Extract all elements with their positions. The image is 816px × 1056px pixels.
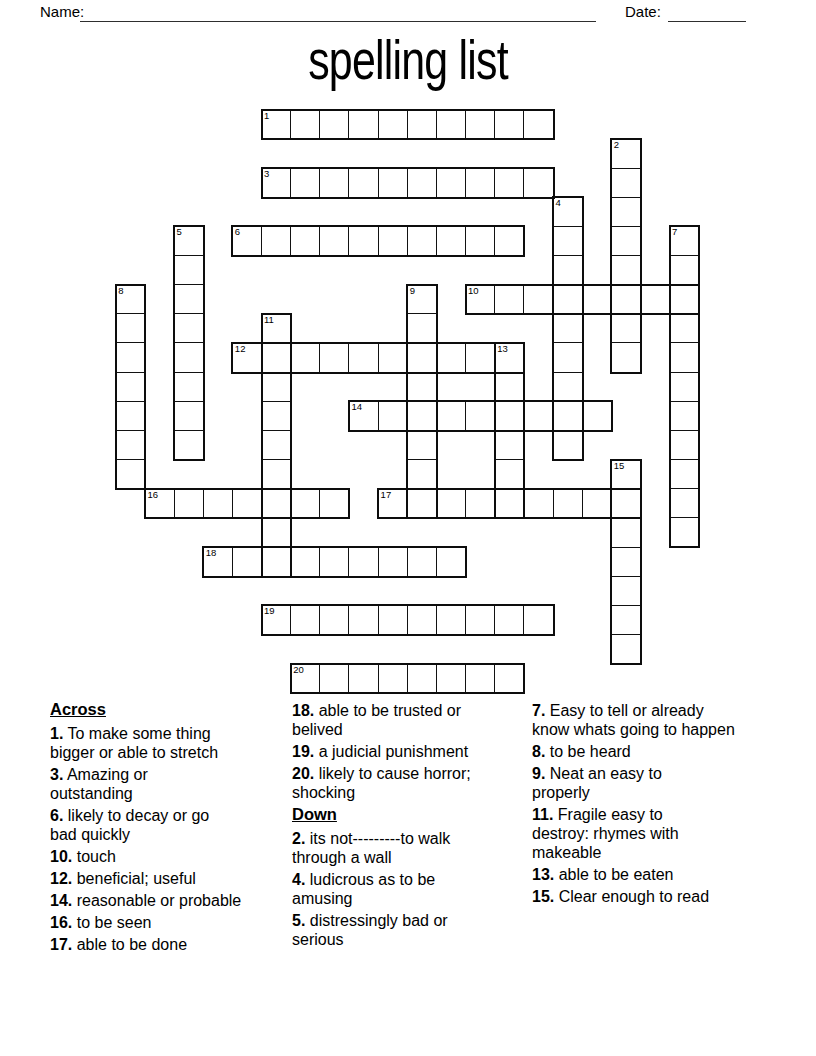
cell-r8-c4[interactable]: 12 [232,342,263,373]
clue-down-2: 2. its not---------to walk through a wal… [292,829,530,867]
cell-r10-c14[interactable] [523,401,554,432]
cell-r17-c17[interactable] [611,605,642,636]
cell-r13-c15[interactable] [553,488,584,519]
cell-r8-c2[interactable] [174,342,205,373]
cell-r8-c7[interactable] [319,342,350,373]
cell-r18-c17[interactable] [611,634,642,665]
clue-number: 9. [532,765,545,782]
cell-r4-c8[interactable] [348,226,379,257]
down-heading: Down [292,805,530,824]
clue-text: Neat an easy to properly [532,765,662,801]
cell-r12-c0[interactable] [115,459,146,490]
cell-r13-c11[interactable] [436,488,467,519]
clue-down-4: 4. ludicrous as to be amusing [292,870,530,908]
cell-r13-c2[interactable] [174,488,205,519]
cell-r4-c13[interactable] [494,226,525,257]
cell-r6-c0[interactable]: 8 [115,284,146,315]
cell-r13-c10[interactable] [407,488,438,519]
cell-number-5: 5 [177,227,182,237]
cell-number-12: 12 [235,344,246,354]
cell-r19-c13[interactable] [494,663,525,694]
cell-r8-c11[interactable] [436,342,467,373]
cell-r12-c13[interactable] [494,459,525,490]
cell-r12-c19[interactable] [669,459,700,490]
clue-text: likely to cause horror; shocking [292,765,471,801]
cell-r15-c10[interactable] [407,547,438,578]
cell-r8-c0[interactable] [115,342,146,373]
cell-r2-c9[interactable] [378,168,409,199]
cell-r2-c13[interactable] [494,168,525,199]
cell-number-19: 19 [264,606,275,616]
cell-r8-c6[interactable] [290,342,321,373]
cell-r19-c6[interactable]: 20 [290,663,321,694]
cell-r2-c6[interactable] [290,168,321,199]
cell-r0-c7[interactable] [319,109,350,140]
clue-across-16: 16. to be seen [50,913,288,932]
clue-number: 19. [292,743,314,760]
cell-r6-c18[interactable] [640,284,671,315]
cell-r0-c14[interactable] [523,109,554,140]
cell-number-2: 2 [614,140,619,150]
cell-r9-c15[interactable] [553,372,584,403]
cell-r8-c19[interactable] [669,342,700,373]
name-label: Name: [40,3,84,20]
cell-r9-c2[interactable] [174,372,205,403]
cell-r11-c5[interactable] [261,430,292,461]
cell-r11-c19[interactable] [669,430,700,461]
cell-r13-c5[interactable] [261,488,292,519]
clue-text: distressingly bad or serious [292,912,448,948]
cell-r8-c12[interactable] [465,342,496,373]
cell-r12-c5[interactable] [261,459,292,490]
clue-across-6: 6. likely to decay or go bad quickly [50,806,288,844]
cell-r10-c12[interactable] [465,401,496,432]
cell-r8-c5[interactable] [261,342,292,373]
cell-r7-c2[interactable] [174,313,205,344]
date-line [668,21,746,22]
cell-r10-c0[interactable] [115,401,146,432]
clue-number: 15. [532,888,554,905]
cell-r14-c5[interactable] [261,517,292,548]
cell-r13-c3[interactable] [203,488,234,519]
cell-r13-c12[interactable] [465,488,496,519]
cell-r3-c15[interactable]: 4 [553,197,584,228]
cell-r8-c10[interactable] [407,342,438,373]
cell-r10-c8[interactable]: 14 [348,401,379,432]
cell-r7-c17[interactable] [611,313,642,344]
cell-r5-c15[interactable] [553,255,584,286]
clue-number: 8. [532,743,545,760]
clue-text: able to be done [77,936,187,953]
cell-r15-c7[interactable] [319,547,350,578]
cell-r13-c17[interactable] [611,488,642,519]
cell-r4-c2[interactable]: 5 [174,226,205,257]
cell-r2-c5[interactable]: 3 [261,168,292,199]
cell-r13-c19[interactable] [669,488,700,519]
cell-r11-c2[interactable] [174,430,205,461]
cell-r6-c15[interactable] [553,284,584,315]
cell-r7-c5[interactable]: 11 [261,313,292,344]
cell-r4-c19[interactable]: 7 [669,226,700,257]
cell-r0-c12[interactable] [465,109,496,140]
clue-number: 6. [50,807,63,824]
cell-r6-c16[interactable] [582,284,613,315]
cell-number-15: 15 [614,461,625,471]
cell-r6-c13[interactable] [494,284,525,315]
cell-r15-c6[interactable] [290,547,321,578]
cell-number-8: 8 [118,286,123,296]
worksheet-page: Name: Date: spelling list 12345678910111… [0,0,816,1056]
clue-down-8: 8. to be heard [532,742,790,761]
cell-r0-c13[interactable] [494,109,525,140]
clues-column-1: Across 1. To make some thing bigger or a… [50,700,288,957]
cell-r13-c13[interactable] [494,488,525,519]
clue-across-3: 3. Amazing or outstanding [50,765,288,803]
clues-column-3: 7. Easy to tell or already know whats go… [532,701,790,909]
cell-r9-c5[interactable] [261,372,292,403]
cell-r4-c7[interactable] [319,226,350,257]
cell-r7-c10[interactable] [407,313,438,344]
cell-number-20: 20 [293,665,304,675]
clue-text: reasonable or probable [77,892,242,909]
cell-r10-c10[interactable] [407,401,438,432]
page-title: spelling list [308,30,508,90]
cell-r0-c6[interactable] [290,109,321,140]
cell-number-4: 4 [556,198,561,208]
name-line [80,21,596,22]
clue-across-20: 20. likely to cause horror; shocking [292,764,530,802]
cell-r4-c10[interactable] [407,226,438,257]
cell-r4-c12[interactable] [465,226,496,257]
clue-number: 11. [532,806,553,823]
cell-r11-c10[interactable] [407,430,438,461]
cell-r14-c17[interactable] [611,517,642,548]
clue-text: able to be eaten [559,866,674,883]
clue-down-9: 9. Neat an easy to properly [532,764,790,802]
date-label: Date: [625,3,661,20]
cell-r5-c17[interactable] [611,255,642,286]
cell-r9-c13[interactable] [494,372,525,403]
cell-r17-c7[interactable] [319,605,350,636]
cell-r8-c15[interactable] [553,342,584,373]
cell-r12-c10[interactable] [407,459,438,490]
cell-r11-c15[interactable] [553,430,584,461]
clue-number: 16. [50,914,72,931]
cell-r8-c8[interactable] [348,342,379,373]
clues-column-2: 18. able to be trusted or belived 19. a … [292,701,530,952]
cell-r2-c8[interactable] [348,168,379,199]
cell-r13-c16[interactable] [582,488,613,519]
clue-text: Clear enough to read [559,888,709,905]
cell-r15-c9[interactable] [378,547,409,578]
cell-r4-c17[interactable] [611,226,642,257]
cell-number-3: 3 [264,169,269,179]
cell-r19-c12[interactable] [465,663,496,694]
cell-r16-c17[interactable] [611,576,642,607]
clue-number: 7. [532,702,545,719]
clue-across-12: 12. beneficial; useful [50,869,288,888]
cell-r17-c9[interactable] [378,605,409,636]
cell-r12-c17[interactable]: 15 [611,459,642,490]
cell-number-17: 17 [381,490,392,500]
cell-r10-c2[interactable] [174,401,205,432]
clue-number: 18. [292,702,314,719]
clue-text: likely to decay or go bad quickly [50,807,209,843]
clue-across-14: 14. reasonable or probable [50,891,288,910]
cell-r13-c4[interactable] [232,488,263,519]
cell-r7-c15[interactable] [553,313,584,344]
clue-number: 17. [50,936,72,953]
cell-number-11: 11 [264,315,274,325]
clue-across-1: 1. To make some thing bigger or able to … [50,724,288,762]
cell-r17-c10[interactable] [407,605,438,636]
cell-r0-c11[interactable] [436,109,467,140]
cell-r11-c0[interactable] [115,430,146,461]
clue-text: to be seen [77,914,152,931]
cell-number-6: 6 [235,227,240,237]
clue-text: its not---------to walk through a wall [292,830,450,866]
clue-text: beneficial; useful [77,870,196,887]
clue-text: ludicrous as to be amusing [292,871,435,907]
cell-r4-c6[interactable] [290,226,321,257]
clue-across-18: 18. able to be trusted or belived [292,701,530,739]
clue-number: 4. [292,871,305,888]
cell-r15-c5[interactable] [261,547,292,578]
cell-r6-c2[interactable] [174,284,205,315]
cell-r17-c8[interactable] [348,605,379,636]
cell-r8-c13[interactable]: 13 [494,342,525,373]
cell-r2-c10[interactable] [407,168,438,199]
cell-r5-c2[interactable] [174,255,205,286]
cell-r9-c0[interactable] [115,372,146,403]
cell-r13-c7[interactable] [319,488,350,519]
cell-r9-c19[interactable] [669,372,700,403]
cell-r13-c9[interactable]: 17 [378,488,409,519]
cell-r10-c13[interactable] [494,401,525,432]
cell-r3-c17[interactable] [611,197,642,228]
cell-number-14: 14 [351,402,362,412]
cell-r8-c9[interactable] [378,342,409,373]
cell-r4-c11[interactable] [436,226,467,257]
cell-r19-c10[interactable] [407,663,438,694]
cell-r19-c8[interactable] [348,663,379,694]
cell-r15-c4[interactable] [232,547,263,578]
crossword-grid: 1234567891011121314151617181920 [116,110,699,693]
cell-r13-c1[interactable]: 16 [144,488,175,519]
clue-number: 12. [50,870,72,887]
clue-number: 1. [50,725,63,742]
cell-r15-c8[interactable] [348,547,379,578]
cell-r6-c19[interactable] [669,284,700,315]
cell-r17-c13[interactable] [494,605,525,636]
clue-text: To make some thing bigger or able to str… [50,725,218,761]
clue-down-15: 15. Clear enough to read [532,887,790,906]
cell-r0-c10[interactable] [407,109,438,140]
cell-r4-c4[interactable]: 6 [232,226,263,257]
cell-r10-c16[interactable] [582,401,613,432]
cell-r19-c11[interactable] [436,663,467,694]
clue-number: 5. [292,912,305,929]
cell-number-10: 10 [468,286,479,296]
cell-number-7: 7 [672,227,677,237]
clue-text: a judicial punishment [319,743,468,760]
cell-r7-c0[interactable] [115,313,146,344]
cell-r17-c11[interactable] [436,605,467,636]
cell-r4-c15[interactable] [553,226,584,257]
clue-number: 3. [50,766,63,783]
cell-r1-c17[interactable]: 2 [611,138,642,169]
clue-text: touch [77,848,116,865]
cell-r4-c9[interactable] [378,226,409,257]
cell-r17-c14[interactable] [523,605,554,636]
clue-number: 10. [50,848,72,865]
cell-r11-c13[interactable] [494,430,525,461]
cell-number-1: 1 [264,111,269,121]
cell-r17-c5[interactable]: 19 [261,605,292,636]
cell-r10-c9[interactable] [378,401,409,432]
clue-number: 20. [292,765,314,782]
cell-r5-c19[interactable] [669,255,700,286]
cell-number-13: 13 [497,344,508,354]
cell-r8-c17[interactable] [611,342,642,373]
cell-r0-c8[interactable] [348,109,379,140]
clue-number: 13. [532,866,554,883]
clue-number: 14. [50,892,72,909]
clue-number: 2. [292,830,305,847]
cell-r0-c9[interactable] [378,109,409,140]
cell-r17-c12[interactable] [465,605,496,636]
cell-r10-c15[interactable] [553,401,584,432]
cell-number-9: 9 [410,286,415,296]
clue-across-17: 17. able to be done [50,935,288,954]
cell-r2-c11[interactable] [436,168,467,199]
clue-down-13: 13. able to be eaten [532,865,790,884]
cell-r0-c5[interactable]: 1 [261,109,292,140]
cell-r6-c14[interactable] [523,284,554,315]
cell-r17-c6[interactable] [290,605,321,636]
cell-r10-c11[interactable] [436,401,467,432]
clue-text: Easy to tell or already know whats going… [532,702,735,738]
title-wrap: spelling list [0,30,816,90]
clue-text: Amazing or outstanding [50,766,148,802]
cell-r13-c14[interactable] [523,488,554,519]
cell-r15-c3[interactable]: 18 [203,547,234,578]
cell-r4-c5[interactable] [261,226,292,257]
cell-r6-c12[interactable]: 10 [465,284,496,315]
cell-r15-c11[interactable] [436,547,467,578]
clue-across-10: 10. touch [50,847,288,866]
cell-r14-c19[interactable] [669,517,700,548]
cell-number-18: 18 [206,548,217,558]
clue-down-11: 11. Fragile easy to destroy: rhymes with… [532,805,790,862]
cell-r6-c17[interactable] [611,284,642,315]
cell-r19-c7[interactable] [319,663,350,694]
cell-r10-c19[interactable] [669,401,700,432]
across-heading: Across [50,700,288,719]
cell-r15-c17[interactable] [611,547,642,578]
clue-text: Fragile easy to destroy: rhymes with mak… [532,806,679,861]
cell-r9-c10[interactable] [407,372,438,403]
cell-r19-c9[interactable] [378,663,409,694]
clue-text: to be heard [550,743,631,760]
cell-r2-c14[interactable] [523,168,554,199]
clue-across-19: 19. a judicial punishment [292,742,530,761]
cell-r2-c12[interactable] [465,168,496,199]
cell-r2-c7[interactable] [319,168,350,199]
cell-r13-c6[interactable] [290,488,321,519]
clue-down-5: 5. distressingly bad or serious [292,911,530,949]
clue-text: able to be trusted or belived [292,702,461,738]
clue-down-7: 7. Easy to tell or already know whats go… [532,701,790,739]
cell-r7-c19[interactable] [669,313,700,344]
cell-number-16: 16 [147,490,158,500]
cell-r6-c10[interactable]: 9 [407,284,438,315]
